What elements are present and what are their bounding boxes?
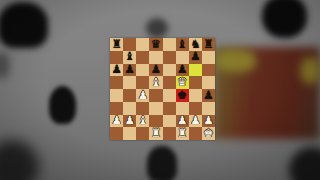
square-h6[interactable] [202, 64, 215, 77]
square-e8[interactable] [163, 38, 176, 51]
square-h3[interactable] [202, 102, 215, 115]
piece-black-knight: ♞ [190, 38, 200, 50]
piece-white-king: ♚ [203, 127, 213, 139]
square-c1[interactable] [136, 127, 149, 140]
square-g3[interactable] [189, 102, 202, 115]
square-h2[interactable]: ♟ [202, 115, 215, 128]
video-frame: ♜♛♝♞♜♝♟♟♟♟♟♝♛♟♚♟♟♟♝♟♟♟♜♜♚ [0, 0, 320, 180]
piece-black-queen: ♛ [151, 38, 161, 50]
square-d1[interactable]: ♜ [149, 127, 162, 140]
square-f8[interactable]: ♝ [176, 38, 189, 51]
square-h5[interactable] [202, 76, 215, 89]
square-e5[interactable] [163, 76, 176, 89]
backdrop-blur-bottom-center-pawn [147, 146, 177, 180]
square-c6[interactable] [136, 64, 149, 77]
square-b4[interactable] [123, 89, 136, 102]
backdrop-blur-left-pawn [49, 86, 76, 124]
square-d7[interactable] [149, 51, 162, 64]
piece-black-king: ♚ [177, 89, 187, 101]
backdrop-blur-olive-right-edge [300, 57, 320, 84]
square-a8[interactable]: ♜ [110, 38, 123, 51]
square-e1[interactable] [163, 127, 176, 140]
square-d6[interactable]: ♟ [149, 64, 162, 77]
piece-black-rook: ♜ [203, 38, 213, 50]
square-f5[interactable]: ♛ [176, 76, 189, 89]
square-b8[interactable] [123, 38, 136, 51]
piece-black-pawn: ♟ [111, 64, 121, 76]
piece-white-pawn: ♟ [125, 115, 135, 127]
square-b3[interactable] [123, 102, 136, 115]
square-e3[interactable] [163, 102, 176, 115]
piece-white-rook: ♜ [177, 127, 187, 139]
square-f4[interactable]: ♚ [176, 89, 189, 102]
square-a5[interactable] [110, 76, 123, 89]
square-f2[interactable]: ♟ [176, 115, 189, 128]
square-g6[interactable] [189, 64, 202, 77]
square-c8[interactable] [136, 38, 149, 51]
piece-white-pawn: ♟ [203, 115, 213, 127]
square-a1[interactable] [110, 127, 123, 140]
square-e6[interactable] [163, 64, 176, 77]
square-e7[interactable] [163, 51, 176, 64]
piece-black-rook: ♜ [111, 38, 121, 50]
square-c4[interactable]: ♟ [136, 89, 149, 102]
square-g5[interactable] [189, 76, 202, 89]
piece-black-pawn: ♟ [190, 51, 200, 63]
square-b2[interactable]: ♟ [123, 115, 136, 128]
square-d5[interactable]: ♝ [149, 76, 162, 89]
piece-white-bishop: ♝ [138, 115, 148, 127]
backdrop-blur-olive-right [216, 50, 256, 72]
square-g7[interactable]: ♟ [189, 51, 202, 64]
square-a4[interactable] [110, 89, 123, 102]
square-h8[interactable]: ♜ [202, 38, 215, 51]
piece-black-bishop: ♝ [177, 38, 187, 50]
square-f3[interactable] [176, 102, 189, 115]
piece-white-bishop: ♝ [151, 76, 161, 88]
square-a6[interactable]: ♟ [110, 64, 123, 77]
square-g8[interactable]: ♞ [189, 38, 202, 51]
backdrop-blur-top-left-pawn [0, 2, 48, 48]
backdrop-blur-bottom-right [289, 147, 320, 180]
square-d8[interactable]: ♛ [149, 38, 162, 51]
piece-black-bishop: ♝ [125, 51, 135, 63]
chess-board: ♜♛♝♞♜♝♟♟♟♟♟♝♛♟♚♟♟♟♝♟♟♟♜♜♚ [110, 38, 215, 140]
square-e4[interactable] [163, 89, 176, 102]
square-d4[interactable] [149, 89, 162, 102]
square-f1[interactable]: ♜ [176, 127, 189, 140]
square-f6[interactable]: ♟ [176, 64, 189, 77]
square-c7[interactable] [136, 51, 149, 64]
square-g4[interactable] [189, 89, 202, 102]
square-b7[interactable]: ♝ [123, 51, 136, 64]
square-g2[interactable]: ♟ [189, 115, 202, 128]
square-b1[interactable] [123, 127, 136, 140]
piece-white-pawn: ♟ [111, 115, 121, 127]
backdrop-blur-top-right-piece [262, 0, 307, 38]
square-d2[interactable] [149, 115, 162, 128]
square-g1[interactable] [189, 127, 202, 140]
square-c2[interactable]: ♝ [136, 115, 149, 128]
square-h1[interactable]: ♚ [202, 127, 215, 140]
backdrop-blur-above-board [146, 18, 168, 38]
square-b6[interactable]: ♟ [123, 64, 136, 77]
piece-white-rook: ♜ [151, 127, 161, 139]
piece-white-pawn: ♟ [190, 115, 200, 127]
square-h4[interactable]: ♟ [202, 89, 215, 102]
square-c5[interactable] [136, 76, 149, 89]
piece-white-pawn: ♟ [177, 115, 187, 127]
piece-white-pawn: ♟ [138, 89, 148, 101]
square-a3[interactable] [110, 102, 123, 115]
square-d3[interactable] [149, 102, 162, 115]
square-c3[interactable] [136, 102, 149, 115]
piece-black-pawn: ♟ [203, 89, 213, 101]
backdrop-blur-left-edge [0, 52, 10, 79]
square-b5[interactable] [123, 76, 136, 89]
piece-black-pawn: ♟ [125, 64, 135, 76]
square-a7[interactable] [110, 51, 123, 64]
square-a2[interactable]: ♟ [110, 115, 123, 128]
square-h7[interactable] [202, 51, 215, 64]
piece-white-queen: ♛ [177, 76, 187, 88]
backdrop-blur-bottom-left [0, 140, 39, 180]
piece-black-pawn: ♟ [151, 64, 161, 76]
square-e2[interactable] [163, 115, 176, 128]
square-f7[interactable] [176, 51, 189, 64]
piece-black-pawn: ♟ [177, 64, 187, 76]
